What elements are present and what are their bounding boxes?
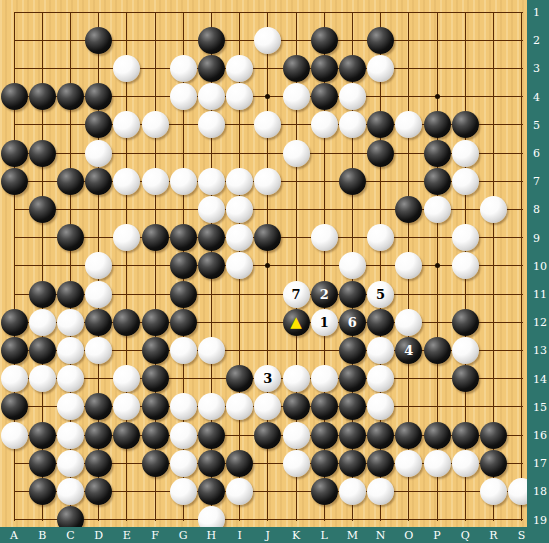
col-label-I: I: [237, 529, 241, 542]
stone-A12[interactable]: [1, 309, 28, 336]
stone-C7[interactable]: [57, 168, 84, 195]
stone-H10[interactable]: [198, 252, 225, 279]
stone-K14[interactable]: [283, 365, 310, 392]
stone-H13[interactable]: [198, 337, 225, 364]
stone-R17[interactable]: [480, 450, 507, 477]
stone-Q12[interactable]: [452, 309, 479, 336]
stone-L11[interactable]: 2: [311, 281, 338, 308]
col-label-L: L: [321, 529, 328, 542]
stone-N2[interactable]: [367, 27, 394, 54]
stone-M7[interactable]: [339, 168, 366, 195]
stone-M5[interactable]: [339, 111, 366, 138]
stone-Q10[interactable]: [452, 252, 479, 279]
col-label-E: E: [123, 529, 131, 542]
stone-N9[interactable]: [367, 224, 394, 251]
stone-H8[interactable]: [198, 196, 225, 223]
stone-O12[interactable]: [395, 309, 422, 336]
stone-H5[interactable]: [198, 111, 225, 138]
stone-C16[interactable]: [57, 422, 84, 449]
stone-K6[interactable]: [283, 140, 310, 167]
stone-J16[interactable]: [254, 422, 281, 449]
stone-G13[interactable]: [170, 337, 197, 364]
stone-I14[interactable]: [226, 365, 253, 392]
stone-P16[interactable]: [424, 422, 451, 449]
stone-I4[interactable]: [226, 83, 253, 110]
stone-H16[interactable]: [198, 422, 225, 449]
stone-C4[interactable]: [57, 83, 84, 110]
stone-P8[interactable]: [424, 196, 451, 223]
stone-G15[interactable]: [170, 393, 197, 420]
col-label-K: K: [292, 529, 300, 542]
stone-C13[interactable]: [57, 337, 84, 364]
stone-M11[interactable]: [339, 281, 366, 308]
stone-D16[interactable]: [85, 422, 112, 449]
stone-N14[interactable]: [367, 365, 394, 392]
col-label-D: D: [94, 529, 103, 542]
stone-F12[interactable]: [142, 309, 169, 336]
col-label-M: M: [347, 529, 358, 542]
stone-Q6[interactable]: [452, 140, 479, 167]
stone-K4[interactable]: [283, 83, 310, 110]
stone-H2[interactable]: [198, 27, 225, 54]
stone-F17[interactable]: [142, 450, 169, 477]
stone-J2[interactable]: [254, 27, 281, 54]
stone-H7[interactable]: [198, 168, 225, 195]
stone-I8[interactable]: [226, 196, 253, 223]
stone-H15[interactable]: [198, 393, 225, 420]
col-label-B: B: [38, 529, 46, 542]
stone-F9[interactable]: [142, 224, 169, 251]
stone-G3[interactable]: [170, 55, 197, 82]
stone-D18[interactable]: [85, 478, 112, 505]
stone-I18[interactable]: [226, 478, 253, 505]
row-label-4: 4: [533, 90, 540, 103]
stone-M14[interactable]: [339, 365, 366, 392]
stone-F5[interactable]: [142, 111, 169, 138]
stone-L18[interactable]: [311, 478, 338, 505]
col-label-P: P: [433, 529, 440, 542]
row-label-6: 6: [533, 147, 540, 160]
row-label-9: 9: [533, 231, 540, 244]
stone-M12[interactable]: 6: [339, 309, 366, 336]
stone-N6[interactable]: [367, 140, 394, 167]
stone-P6[interactable]: [424, 140, 451, 167]
stone-I7[interactable]: [226, 168, 253, 195]
stone-A4[interactable]: [1, 83, 28, 110]
stone-D11[interactable]: [85, 281, 112, 308]
stone-G17[interactable]: [170, 450, 197, 477]
stone-A13[interactable]: [1, 337, 28, 364]
stone-E16[interactable]: [113, 422, 140, 449]
stone-E7[interactable]: [113, 168, 140, 195]
stone-N11[interactable]: 5: [367, 281, 394, 308]
row-label-7: 7: [533, 175, 540, 188]
stone-L17[interactable]: [311, 450, 338, 477]
stone-G18[interactable]: [170, 478, 197, 505]
stone-G7[interactable]: [170, 168, 197, 195]
stone-A6[interactable]: [1, 140, 28, 167]
stone-M17[interactable]: [339, 450, 366, 477]
stone-O8[interactable]: [395, 196, 422, 223]
stone-Q9[interactable]: [452, 224, 479, 251]
stone-G12[interactable]: [170, 309, 197, 336]
stone-Q17[interactable]: [452, 450, 479, 477]
stone-Q16[interactable]: [452, 422, 479, 449]
grid-line-h: [14, 12, 523, 13]
col-label-Q: Q: [461, 529, 470, 542]
stone-L16[interactable]: [311, 422, 338, 449]
row-label-15: 15: [533, 400, 547, 413]
stone-P17[interactable]: [424, 450, 451, 477]
stone-B8[interactable]: [29, 196, 56, 223]
stone-B16[interactable]: [29, 422, 56, 449]
stone-K12[interactable]: ▲: [283, 309, 310, 336]
stone-D12[interactable]: [85, 309, 112, 336]
stone-L4[interactable]: [311, 83, 338, 110]
col-label-S: S: [518, 529, 526, 542]
row-label-strip: 12345678910111213141516171819: [527, 0, 549, 527]
stone-D13[interactable]: [85, 337, 112, 364]
stone-H18[interactable]: [198, 478, 225, 505]
stone-P5[interactable]: [424, 111, 451, 138]
grid-line-v: [521, 12, 522, 521]
col-label-R: R: [489, 529, 497, 542]
stone-K17[interactable]: [283, 450, 310, 477]
hoshi-dot: [265, 263, 270, 268]
stone-F14[interactable]: [142, 365, 169, 392]
stone-A7[interactable]: [1, 168, 28, 195]
stone-G9[interactable]: [170, 224, 197, 251]
stone-K15[interactable]: [283, 393, 310, 420]
stone-C14[interactable]: [57, 365, 84, 392]
stone-Q7[interactable]: [452, 168, 479, 195]
col-label-G: G: [179, 529, 188, 542]
row-label-11: 11: [533, 288, 547, 301]
grid-line-h: [14, 68, 523, 69]
stone-K16[interactable]: [283, 422, 310, 449]
stone-A14[interactable]: [1, 365, 28, 392]
row-label-12: 12: [533, 316, 547, 329]
stone-L3[interactable]: [311, 55, 338, 82]
stone-L2[interactable]: [311, 27, 338, 54]
stone-N17[interactable]: [367, 450, 394, 477]
row-label-17: 17: [533, 457, 547, 470]
stone-D6[interactable]: [85, 140, 112, 167]
hoshi-dot: [435, 263, 440, 268]
stone-B6[interactable]: [29, 140, 56, 167]
stone-F15[interactable]: [142, 393, 169, 420]
stone-O17[interactable]: [395, 450, 422, 477]
stone-N3[interactable]: [367, 55, 394, 82]
stone-B14[interactable]: [29, 365, 56, 392]
stone-Q13[interactable]: [452, 337, 479, 364]
col-label-C: C: [66, 529, 74, 542]
stone-P13[interactable]: [424, 337, 451, 364]
stone-A15[interactable]: [1, 393, 28, 420]
stone-C18[interactable]: [57, 478, 84, 505]
triangle-mark-icon: ▲: [290, 315, 302, 330]
stone-D7[interactable]: [85, 168, 112, 195]
row-label-18: 18: [533, 485, 547, 498]
stone-K3[interactable]: [283, 55, 310, 82]
stone-M4[interactable]: [339, 83, 366, 110]
stone-H17[interactable]: [198, 450, 225, 477]
col-label-H: H: [207, 529, 217, 542]
row-label-16: 16: [533, 429, 547, 442]
stone-N13[interactable]: [367, 337, 394, 364]
stone-N16[interactable]: [367, 422, 394, 449]
row-label-3: 3: [533, 62, 540, 75]
stone-O13[interactable]: 4: [395, 337, 422, 364]
row-label-5: 5: [533, 118, 540, 131]
stone-L12[interactable]: 1: [311, 309, 338, 336]
stone-H4[interactable]: [198, 83, 225, 110]
row-label-13: 13: [533, 344, 547, 357]
column-label-strip: ABCDEFGHIJKLMNOPQRS: [0, 527, 549, 543]
stone-C17[interactable]: [57, 450, 84, 477]
stone-L15[interactable]: [311, 393, 338, 420]
col-label-J: J: [266, 529, 270, 542]
stone-H3[interactable]: [198, 55, 225, 82]
row-label-19: 19: [533, 513, 547, 526]
go-board-window: 725▲1643 ABCDEFGHIJKLMNOPQRS 12345678910…: [0, 0, 549, 543]
hoshi-dot: [435, 94, 440, 99]
stone-L14[interactable]: [311, 365, 338, 392]
stone-J7[interactable]: [254, 168, 281, 195]
stone-B11[interactable]: [29, 281, 56, 308]
stone-N18[interactable]: [367, 478, 394, 505]
stone-K11[interactable]: 7: [283, 281, 310, 308]
stone-D17[interactable]: [85, 450, 112, 477]
stone-Q14[interactable]: [452, 365, 479, 392]
stone-C9[interactable]: [57, 224, 84, 251]
row-label-1: 1: [533, 6, 540, 19]
col-label-O: O: [404, 529, 413, 542]
stone-D4[interactable]: [85, 83, 112, 110]
stone-M10[interactable]: [339, 252, 366, 279]
stone-G16[interactable]: [170, 422, 197, 449]
stone-B18[interactable]: [29, 478, 56, 505]
stone-L9[interactable]: [311, 224, 338, 251]
hoshi-dot: [265, 94, 270, 99]
stone-G10[interactable]: [170, 252, 197, 279]
stone-F7[interactable]: [142, 168, 169, 195]
stone-B12[interactable]: [29, 309, 56, 336]
stone-F16[interactable]: [142, 422, 169, 449]
stone-M3[interactable]: [339, 55, 366, 82]
col-label-N: N: [376, 529, 386, 542]
stone-R16[interactable]: [480, 422, 507, 449]
row-label-14: 14: [533, 372, 547, 385]
stone-E12[interactable]: [113, 309, 140, 336]
stone-B17[interactable]: [29, 450, 56, 477]
row-label-10: 10: [533, 259, 547, 272]
stone-B4[interactable]: [29, 83, 56, 110]
stone-R18[interactable]: [480, 478, 507, 505]
stone-L5[interactable]: [311, 111, 338, 138]
row-label-8: 8: [533, 203, 540, 216]
stone-Q5[interactable]: [452, 111, 479, 138]
stone-C15[interactable]: [57, 393, 84, 420]
col-label-A: A: [10, 529, 18, 542]
col-label-F: F: [151, 529, 159, 542]
stone-P7[interactable]: [424, 168, 451, 195]
stone-G11[interactable]: [170, 281, 197, 308]
grid-line-h: [14, 519, 523, 520]
stone-G4[interactable]: [170, 83, 197, 110]
stone-N12[interactable]: [367, 309, 394, 336]
stone-D2[interactable]: [85, 27, 112, 54]
stone-H9[interactable]: [198, 224, 225, 251]
stone-R8[interactable]: [480, 196, 507, 223]
stone-C12[interactable]: [57, 309, 84, 336]
stone-E3[interactable]: [113, 55, 140, 82]
stone-I17[interactable]: [226, 450, 253, 477]
stone-O16[interactable]: [395, 422, 422, 449]
stone-F13[interactable]: [142, 337, 169, 364]
stone-I9[interactable]: [226, 224, 253, 251]
stone-M16[interactable]: [339, 422, 366, 449]
stone-C11[interactable]: [57, 281, 84, 308]
stone-A16[interactable]: [1, 422, 28, 449]
stone-M13[interactable]: [339, 337, 366, 364]
stone-M18[interactable]: [339, 478, 366, 505]
row-label-2: 2: [533, 34, 540, 47]
stone-B13[interactable]: [29, 337, 56, 364]
stone-I3[interactable]: [226, 55, 253, 82]
stone-M15[interactable]: [339, 393, 366, 420]
